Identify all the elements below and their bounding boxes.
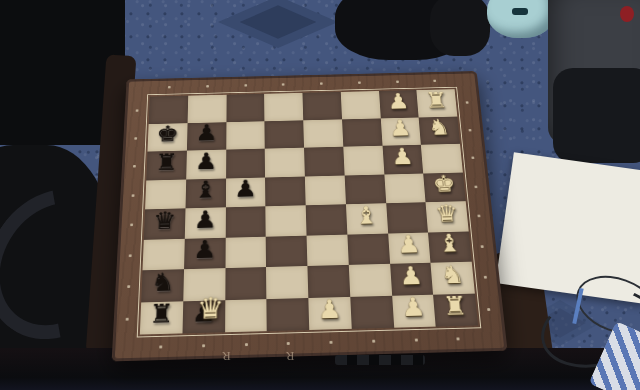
square-c1[interactable]: ♝	[428, 231, 472, 263]
square-b4[interactable]	[307, 265, 350, 298]
square-h2[interactable]: ♟	[379, 90, 419, 118]
coordinate-dot	[471, 157, 474, 160]
square-e4[interactable]	[305, 175, 346, 205]
square-b1[interactable]: ♞	[431, 262, 475, 295]
square-f2[interactable]: ♟	[382, 145, 423, 174]
square-d1[interactable]: ♛	[426, 201, 469, 232]
square-f3[interactable]	[343, 146, 384, 175]
black-king[interactable]: ♚	[156, 123, 179, 145]
square-e1[interactable]: ♚	[423, 172, 465, 202]
coordinate-dot	[244, 84, 247, 86]
white-rook[interactable]: ♜	[442, 293, 468, 319]
coordinate-dot	[474, 185, 477, 188]
square-f5[interactable]	[265, 148, 305, 177]
teal-knob-marking	[512, 8, 528, 15]
square-f7[interactable]: ♟	[186, 150, 226, 179]
white-pawn[interactable]: ♟	[399, 263, 424, 288]
square-d7[interactable]: ♟	[185, 207, 226, 238]
coordinate-dot	[130, 224, 133, 227]
red-light	[620, 6, 634, 22]
square-f1[interactable]	[421, 144, 463, 173]
black-rook[interactable]: ♜	[155, 151, 178, 174]
coordinate-dot	[414, 339, 417, 342]
device-buttons-bottom[interactable]	[335, 355, 425, 365]
black-rook[interactable]: ♜	[149, 301, 174, 327]
square-g6[interactable]	[226, 121, 265, 150]
square-a1[interactable]: ♜	[433, 293, 478, 326]
black-pawn[interactable]: ♟	[194, 207, 217, 231]
coordinate-dot	[481, 245, 484, 248]
coordinate-dot	[129, 254, 132, 257]
square-g4[interactable]	[303, 119, 343, 148]
square-d3[interactable]: ♝	[346, 203, 388, 234]
square-c5[interactable]	[266, 235, 308, 267]
square-d4[interactable]	[306, 204, 347, 235]
black-knight[interactable]: ♞	[151, 269, 175, 294]
coordinate-dot	[126, 317, 129, 320]
square-c2[interactable]: ♟	[388, 232, 431, 264]
white-pawn[interactable]: ♟	[387, 90, 410, 112]
coordinate-dot	[127, 285, 130, 288]
square-e8[interactable]	[145, 179, 186, 209]
square-d5[interactable]	[266, 205, 307, 236]
white-rook[interactable]: ♜	[425, 89, 449, 111]
square-e6[interactable]: ♟	[225, 177, 265, 207]
square-c4[interactable]	[307, 234, 349, 266]
square-g2[interactable]: ♟	[380, 117, 421, 146]
coordinate-dot	[132, 194, 135, 197]
square-h3[interactable]	[341, 91, 381, 119]
square-h5[interactable]	[264, 93, 303, 121]
square-b2[interactable]: ♟	[390, 263, 434, 296]
white-queen[interactable]: ♛	[434, 201, 459, 225]
white-pawn[interactable]: ♟	[401, 294, 427, 320]
square-g7[interactable]: ♟	[187, 122, 226, 151]
square-a5[interactable]	[267, 298, 310, 332]
square-f8[interactable]: ♜	[146, 151, 186, 181]
white-knight[interactable]: ♞	[440, 262, 466, 287]
square-a8[interactable]: ♜	[140, 301, 183, 335]
white-pawn[interactable]: ♟	[317, 296, 342, 322]
black-pawn[interactable]: ♟	[195, 122, 217, 144]
square-c8[interactable]	[143, 238, 185, 270]
square-e2[interactable]	[384, 173, 426, 203]
white-knight[interactable]: ♞	[427, 116, 451, 138]
dark-object-top-2	[430, 0, 490, 56]
coordinate-dot	[457, 337, 460, 340]
square-c6[interactable]	[225, 236, 266, 268]
coordinate-dot	[133, 165, 136, 168]
coordinate-dot	[287, 342, 290, 345]
coordinate-dot	[206, 85, 209, 87]
coordinate-dot	[358, 81, 361, 83]
coordinate-dot	[329, 341, 332, 344]
board-squares: ♟♜♚♟♟♞♜♟♟♝♟♚♛♟♝♛♟♟♝♞♟♞♜♟♟♟♜	[140, 89, 478, 334]
coordinate-dot	[468, 129, 471, 131]
square-f6[interactable]	[226, 149, 266, 178]
black-queen[interactable]: ♛	[153, 208, 177, 232]
square-b5[interactable]	[266, 266, 308, 299]
black-pawn[interactable]: ♟	[234, 177, 257, 200]
coordinate-dot	[466, 101, 469, 103]
square-c3[interactable]	[347, 233, 390, 265]
board-brand-letters: R R	[196, 348, 295, 364]
dark-object-right	[553, 68, 640, 163]
square-e3[interactable]	[344, 174, 385, 204]
coordinate-dot	[433, 80, 436, 82]
white-pawn[interactable]: ♟	[389, 117, 412, 139]
chess-board: ♟♜♚♟♟♞♜♟♟♝♟♚♛♟♝♛♟♟♝♞♟♞♜♟♟♟♜ ♛	[112, 71, 508, 361]
square-a4[interactable]: ♟	[308, 296, 351, 330]
square-h6[interactable]	[226, 94, 265, 122]
square-h1[interactable]: ♜	[417, 89, 458, 117]
black-pawn[interactable]: ♟	[193, 237, 217, 262]
square-a3[interactable]	[350, 295, 394, 329]
square-d6[interactable]	[225, 206, 266, 237]
square-b3[interactable]	[349, 264, 392, 297]
coordinate-dot	[320, 82, 323, 84]
square-g8[interactable]: ♚	[147, 123, 187, 152]
spare-white-queen[interactable]: ♛	[197, 294, 225, 324]
square-b8[interactable]: ♞	[141, 269, 184, 302]
coordinate-dot	[202, 344, 205, 347]
coordinate-dot	[282, 83, 285, 85]
photo-scene: ♟♜♚♟♟♞♜♟♟♝♟♚♛♟♝♛♟♟♝♞♟♞♜♟♟♟♜ ♛ R R	[0, 0, 640, 390]
square-b6[interactable]	[225, 267, 267, 300]
white-king[interactable]: ♚	[432, 172, 457, 195]
coordinate-dot	[396, 81, 399, 83]
square-g3[interactable]	[342, 118, 382, 147]
square-g5[interactable]	[265, 120, 304, 149]
square-g1[interactable]: ♞	[419, 116, 460, 145]
white-pawn[interactable]: ♟	[396, 232, 421, 257]
black-pawn[interactable]: ♟	[195, 150, 218, 173]
coordinate-dot	[244, 343, 247, 346]
coordinate-dot	[484, 276, 487, 279]
square-h4[interactable]	[302, 92, 341, 120]
black-bishop[interactable]: ♝	[194, 178, 217, 201]
coordinate-dot	[134, 137, 137, 139]
white-pawn[interactable]: ♟	[391, 145, 415, 168]
coordinate-dot	[372, 340, 375, 343]
white-bishop[interactable]: ♝	[354, 203, 378, 227]
white-bishop[interactable]: ♝	[437, 231, 462, 256]
coordinate-dot	[159, 345, 162, 348]
square-a2[interactable]: ♟	[392, 294, 436, 327]
square-e7[interactable]: ♝	[185, 178, 225, 208]
square-h8[interactable]	[149, 96, 188, 124]
square-c7[interactable]: ♟	[184, 237, 225, 269]
square-d2[interactable]	[386, 202, 428, 233]
coordinate-dot	[136, 109, 139, 111]
square-a6[interactable]	[225, 299, 267, 333]
coordinate-dot	[477, 215, 480, 218]
coordinate-dot	[168, 86, 171, 88]
square-d8[interactable]: ♛	[144, 208, 185, 239]
coordinate-dot	[487, 308, 490, 311]
square-h7[interactable]	[187, 95, 226, 123]
square-e5[interactable]	[265, 176, 305, 206]
square-f4[interactable]	[304, 147, 344, 176]
